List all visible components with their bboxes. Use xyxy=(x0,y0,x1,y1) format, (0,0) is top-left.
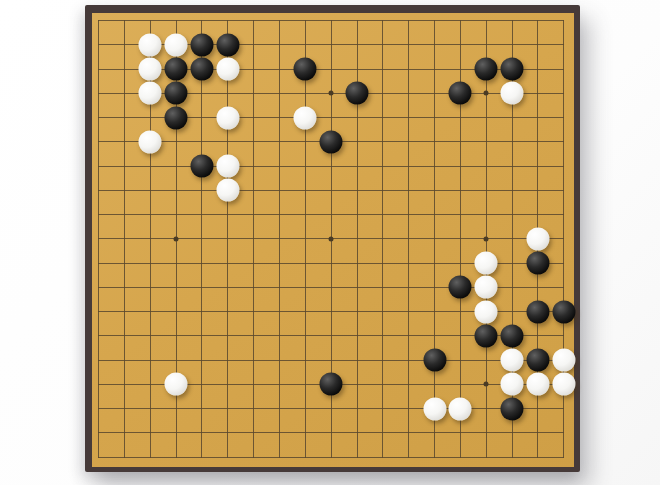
grid-line xyxy=(434,20,435,458)
black-stone[interactable] xyxy=(190,58,213,81)
white-stone[interactable] xyxy=(165,33,188,56)
white-stone[interactable] xyxy=(501,373,524,396)
black-stone[interactable] xyxy=(501,58,524,81)
white-stone[interactable] xyxy=(475,276,498,299)
black-stone[interactable] xyxy=(346,82,369,105)
grid-line xyxy=(98,432,564,433)
white-stone[interactable] xyxy=(552,373,575,396)
black-stone[interactable] xyxy=(165,58,188,81)
black-stone[interactable] xyxy=(320,130,343,153)
white-stone[interactable] xyxy=(139,58,162,81)
white-stone[interactable] xyxy=(526,227,549,250)
white-stone[interactable] xyxy=(501,82,524,105)
star-point xyxy=(484,382,489,387)
white-stone[interactable] xyxy=(139,82,162,105)
white-stone[interactable] xyxy=(501,349,524,372)
white-stone[interactable] xyxy=(475,300,498,323)
black-stone[interactable] xyxy=(526,300,549,323)
black-stone[interactable] xyxy=(165,106,188,129)
black-stone[interactable] xyxy=(449,276,472,299)
black-stone[interactable] xyxy=(501,324,524,347)
star-point xyxy=(329,91,334,96)
white-stone[interactable] xyxy=(423,397,446,420)
black-stone[interactable] xyxy=(294,58,317,81)
white-stone[interactable] xyxy=(552,349,575,372)
black-stone[interactable] xyxy=(165,82,188,105)
photo-background xyxy=(0,0,660,485)
white-stone[interactable] xyxy=(216,179,239,202)
white-stone[interactable] xyxy=(294,106,317,129)
black-stone[interactable] xyxy=(475,324,498,347)
white-stone[interactable] xyxy=(475,252,498,275)
star-point xyxy=(329,236,334,241)
white-stone[interactable] xyxy=(139,130,162,153)
black-stone[interactable] xyxy=(190,155,213,178)
black-stone[interactable] xyxy=(216,33,239,56)
white-stone[interactable] xyxy=(449,397,472,420)
black-stone[interactable] xyxy=(501,397,524,420)
grid-line xyxy=(382,20,383,458)
white-stone[interactable] xyxy=(216,106,239,129)
board-frame xyxy=(85,5,580,472)
white-stone[interactable] xyxy=(165,373,188,396)
black-stone[interactable] xyxy=(552,300,575,323)
star-point xyxy=(484,91,489,96)
black-stone[interactable] xyxy=(423,349,446,372)
grid-line xyxy=(98,457,564,458)
black-stone[interactable] xyxy=(449,82,472,105)
white-stone[interactable] xyxy=(216,155,239,178)
grid-line xyxy=(98,360,564,361)
star-point xyxy=(174,236,179,241)
go-board[interactable] xyxy=(92,13,574,467)
white-stone[interactable] xyxy=(139,33,162,56)
black-stone[interactable] xyxy=(190,33,213,56)
grid-line xyxy=(408,20,409,458)
black-stone[interactable] xyxy=(526,252,549,275)
black-stone[interactable] xyxy=(526,349,549,372)
grid-line xyxy=(98,408,564,409)
black-stone[interactable] xyxy=(320,373,343,396)
white-stone[interactable] xyxy=(216,58,239,81)
white-stone[interactable] xyxy=(526,373,549,396)
star-point xyxy=(484,236,489,241)
black-stone[interactable] xyxy=(475,58,498,81)
